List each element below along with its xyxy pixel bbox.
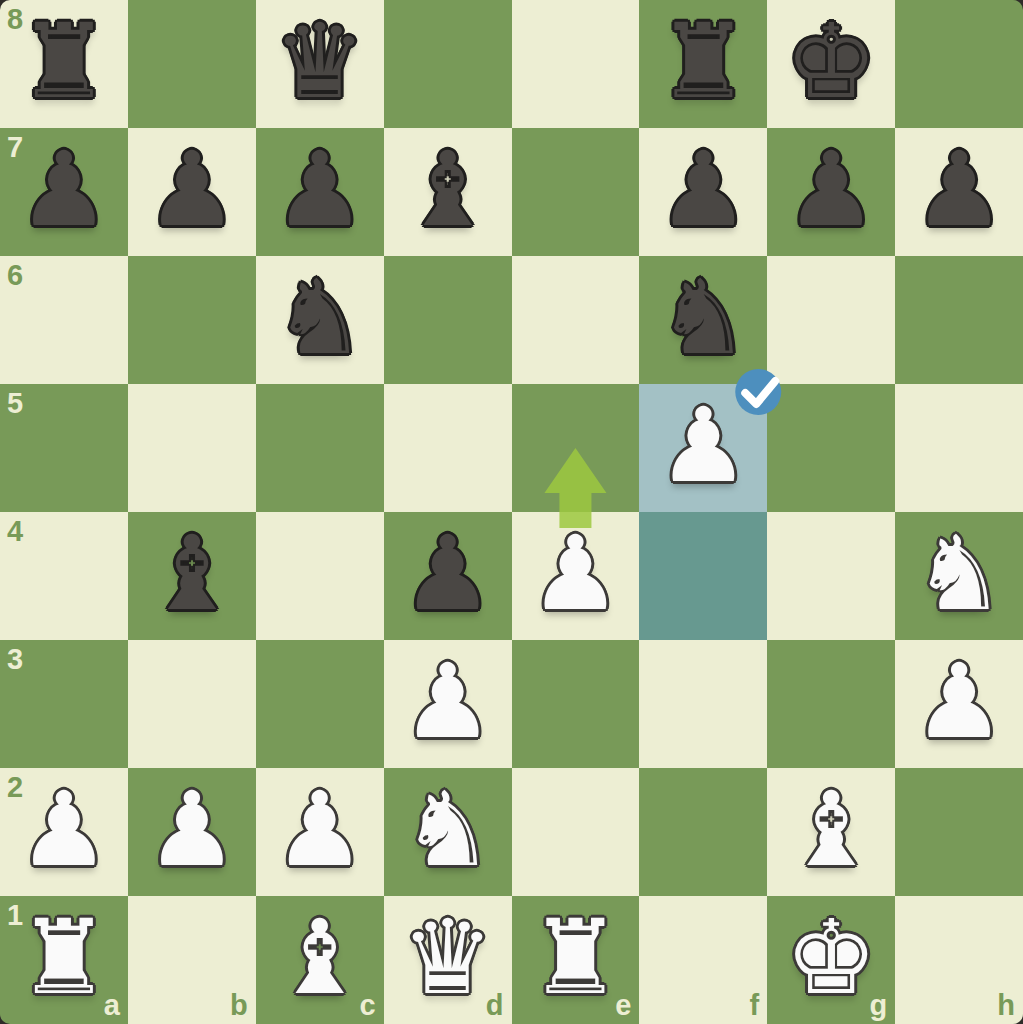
square-b2[interactable]: ♟: [128, 768, 256, 896]
square-h5[interactable]: [895, 384, 1023, 512]
piece-white-pawn-b2[interactable]: ♟: [128, 768, 256, 896]
piece-white-pawn-d3[interactable]: ♟: [384, 640, 512, 768]
square-h4[interactable]: ♞: [895, 512, 1023, 640]
piece-black-pawn-g7[interactable]: ♟: [767, 128, 895, 256]
square-d8[interactable]: [384, 0, 512, 128]
square-g3[interactable]: [767, 640, 895, 768]
file-label-b: b: [230, 989, 248, 1022]
square-c6[interactable]: ♞: [256, 256, 384, 384]
piece-white-bishop-g2[interactable]: ♝: [767, 768, 895, 896]
square-e2[interactable]: [512, 768, 640, 896]
square-d4[interactable]: ♟: [384, 512, 512, 640]
rank-label-3: 3: [7, 643, 23, 676]
square-f2[interactable]: [639, 768, 767, 896]
square-e3[interactable]: [512, 640, 640, 768]
square-f1[interactable]: f: [639, 896, 767, 1024]
square-a1[interactable]: ♜1a: [0, 896, 128, 1024]
piece-black-rook-a8[interactable]: ♜: [0, 0, 128, 128]
square-e1[interactable]: ♜e: [512, 896, 640, 1024]
square-d6[interactable]: [384, 256, 512, 384]
piece-black-king-g8[interactable]: ♚: [767, 0, 895, 128]
square-f8[interactable]: ♜: [639, 0, 767, 128]
square-d1[interactable]: ♛d: [384, 896, 512, 1024]
square-g6[interactable]: [767, 256, 895, 384]
square-a7[interactable]: ♟7: [0, 128, 128, 256]
square-a4[interactable]: 4: [0, 512, 128, 640]
piece-white-pawn-c2[interactable]: ♟: [256, 768, 384, 896]
square-d7[interactable]: ♝: [384, 128, 512, 256]
piece-black-knight-c6[interactable]: ♞: [256, 256, 384, 384]
square-e4[interactable]: ♟: [512, 512, 640, 640]
square-a3[interactable]: 3: [0, 640, 128, 768]
square-g4[interactable]: [767, 512, 895, 640]
chess-board: ♜8♛♜♚♟7♟♟♝♟♟♟6♞♞5♟4♝♟♟♞3♟♟♟2♟♟♞♝♜1ab♝c♛d…: [0, 0, 1023, 1024]
square-g5[interactable]: [767, 384, 895, 512]
piece-white-pawn-f5[interactable]: ♟: [639, 384, 767, 512]
piece-white-knight-h4[interactable]: ♞: [895, 512, 1023, 640]
square-h7[interactable]: ♟: [895, 128, 1023, 256]
square-b7[interactable]: ♟: [128, 128, 256, 256]
piece-black-rook-f8[interactable]: ♜: [639, 0, 767, 128]
piece-black-pawn-d4[interactable]: ♟: [384, 512, 512, 640]
square-c1[interactable]: ♝c: [256, 896, 384, 1024]
piece-black-knight-f6[interactable]: ♞: [639, 256, 767, 384]
square-b4[interactable]: ♝: [128, 512, 256, 640]
square-b1[interactable]: b: [128, 896, 256, 1024]
square-c3[interactable]: [256, 640, 384, 768]
square-a2[interactable]: ♟2: [0, 768, 128, 896]
piece-white-knight-d2[interactable]: ♞: [384, 768, 512, 896]
piece-white-queen-d1[interactable]: ♛: [384, 896, 512, 1024]
square-h2[interactable]: [895, 768, 1023, 896]
piece-white-pawn-h3[interactable]: ♟: [895, 640, 1023, 768]
piece-black-pawn-c7[interactable]: ♟: [256, 128, 384, 256]
square-b5[interactable]: [128, 384, 256, 512]
square-f6[interactable]: ♞: [639, 256, 767, 384]
square-e5[interactable]: [512, 384, 640, 512]
square-c8[interactable]: ♛: [256, 0, 384, 128]
square-h3[interactable]: ♟: [895, 640, 1023, 768]
piece-white-rook-e1[interactable]: ♜: [512, 896, 640, 1024]
piece-black-pawn-a7[interactable]: ♟: [0, 128, 128, 256]
piece-black-pawn-f7[interactable]: ♟: [639, 128, 767, 256]
square-a5[interactable]: 5: [0, 384, 128, 512]
square-d2[interactable]: ♞: [384, 768, 512, 896]
file-label-h: h: [997, 989, 1015, 1022]
piece-white-rook-a1[interactable]: ♜: [0, 896, 128, 1024]
square-f4[interactable]: [639, 512, 767, 640]
square-c2[interactable]: ♟: [256, 768, 384, 896]
piece-white-king-g1[interactable]: ♚: [767, 896, 895, 1024]
square-b8[interactable]: [128, 0, 256, 128]
piece-black-pawn-h7[interactable]: ♟: [895, 128, 1023, 256]
square-f3[interactable]: [639, 640, 767, 768]
square-h6[interactable]: [895, 256, 1023, 384]
piece-white-pawn-a2[interactable]: ♟: [0, 768, 128, 896]
square-a6[interactable]: 6: [0, 256, 128, 384]
piece-black-queen-c8[interactable]: ♛: [256, 0, 384, 128]
square-g1[interactable]: ♚g: [767, 896, 895, 1024]
square-d3[interactable]: ♟: [384, 640, 512, 768]
square-e8[interactable]: [512, 0, 640, 128]
piece-black-pawn-b7[interactable]: ♟: [128, 128, 256, 256]
square-f5[interactable]: ♟: [639, 384, 767, 512]
square-c5[interactable]: [256, 384, 384, 512]
square-f7[interactable]: ♟: [639, 128, 767, 256]
square-g7[interactable]: ♟: [767, 128, 895, 256]
square-g2[interactable]: ♝: [767, 768, 895, 896]
square-h8[interactable]: [895, 0, 1023, 128]
square-b6[interactable]: [128, 256, 256, 384]
square-g8[interactable]: ♚: [767, 0, 895, 128]
square-e7[interactable]: [512, 128, 640, 256]
square-b3[interactable]: [128, 640, 256, 768]
square-h1[interactable]: h: [895, 896, 1023, 1024]
square-c7[interactable]: ♟: [256, 128, 384, 256]
square-a8[interactable]: ♜8: [0, 0, 128, 128]
file-label-f: f: [750, 989, 760, 1022]
rank-label-5: 5: [7, 387, 23, 420]
rank-label-4: 4: [7, 515, 23, 548]
piece-white-pawn-e4[interactable]: ♟: [512, 512, 640, 640]
square-c4[interactable]: [256, 512, 384, 640]
piece-black-bishop-d7[interactable]: ♝: [384, 128, 512, 256]
rank-label-6: 6: [7, 259, 23, 292]
piece-black-bishop-b4[interactable]: ♝: [128, 512, 256, 640]
piece-white-bishop-c1[interactable]: ♝: [256, 896, 384, 1024]
square-d5[interactable]: [384, 384, 512, 512]
square-e6[interactable]: [512, 256, 640, 384]
